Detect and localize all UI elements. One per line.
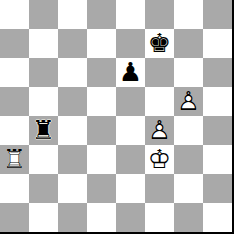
square-c7[interactable] <box>58 29 87 58</box>
square-b3[interactable] <box>29 145 58 174</box>
white-rook-glyph: ♖ <box>0 145 29 174</box>
piece-white-rook[interactable]: ♜♖ <box>0 145 29 174</box>
square-g2[interactable] <box>174 174 203 203</box>
square-d4[interactable] <box>87 116 116 145</box>
square-b5[interactable] <box>29 87 58 116</box>
piece-white-pawn[interactable]: ♟♙ <box>174 87 203 116</box>
square-a4[interactable] <box>0 116 29 145</box>
chess-diagram: ♚♟♟♙♜♟♙♜♖♚♔ <box>0 0 234 234</box>
square-g6[interactable] <box>174 58 203 87</box>
square-h7[interactable] <box>203 29 232 58</box>
square-h8[interactable] <box>203 0 232 29</box>
piece-white-king[interactable]: ♚♔ <box>145 145 174 174</box>
square-a6[interactable] <box>0 58 29 87</box>
square-e2[interactable] <box>116 174 145 203</box>
square-b2[interactable] <box>29 174 58 203</box>
square-c6[interactable] <box>58 58 87 87</box>
square-d6[interactable] <box>87 58 116 87</box>
square-h6[interactable] <box>203 58 232 87</box>
square-c4[interactable] <box>58 116 87 145</box>
square-h2[interactable] <box>203 174 232 203</box>
square-f5[interactable] <box>145 87 174 116</box>
white-king-glyph: ♔ <box>145 145 174 174</box>
piece-black-rook[interactable]: ♜ <box>29 116 58 145</box>
square-h3[interactable] <box>203 145 232 174</box>
square-g5[interactable]: ♟♙ <box>174 87 203 116</box>
chess-board: ♚♟♟♙♜♟♙♜♖♚♔ <box>0 0 234 234</box>
square-d2[interactable] <box>87 174 116 203</box>
square-a2[interactable] <box>0 174 29 203</box>
piece-black-king[interactable]: ♚ <box>145 29 174 58</box>
black-pawn-glyph: ♟ <box>116 58 145 87</box>
square-b1[interactable] <box>29 203 58 232</box>
piece-black-pawn[interactable]: ♟ <box>116 58 145 87</box>
piece-white-pawn[interactable]: ♟♙ <box>145 116 174 145</box>
square-e3[interactable] <box>116 145 145 174</box>
square-f3[interactable]: ♚♔ <box>145 145 174 174</box>
square-b4[interactable]: ♜ <box>29 116 58 145</box>
square-b6[interactable] <box>29 58 58 87</box>
square-g4[interactable] <box>174 116 203 145</box>
square-d5[interactable] <box>87 87 116 116</box>
square-b7[interactable] <box>29 29 58 58</box>
square-a3[interactable]: ♜♖ <box>0 145 29 174</box>
square-f1[interactable] <box>145 203 174 232</box>
square-g7[interactable] <box>174 29 203 58</box>
square-c1[interactable] <box>58 203 87 232</box>
square-c8[interactable] <box>58 0 87 29</box>
square-a8[interactable] <box>0 0 29 29</box>
black-king-glyph: ♚ <box>145 29 174 58</box>
square-c5[interactable] <box>58 87 87 116</box>
square-g1[interactable] <box>174 203 203 232</box>
square-g3[interactable] <box>174 145 203 174</box>
square-h4[interactable] <box>203 116 232 145</box>
square-e7[interactable] <box>116 29 145 58</box>
square-g8[interactable] <box>174 0 203 29</box>
square-f7[interactable]: ♚ <box>145 29 174 58</box>
square-d8[interactable] <box>87 0 116 29</box>
square-b8[interactable] <box>29 0 58 29</box>
square-h5[interactable] <box>203 87 232 116</box>
white-pawn-glyph: ♙ <box>174 87 203 116</box>
square-a7[interactable] <box>0 29 29 58</box>
square-h1[interactable] <box>203 203 232 232</box>
square-d3[interactable] <box>87 145 116 174</box>
square-a5[interactable] <box>0 87 29 116</box>
square-e5[interactable] <box>116 87 145 116</box>
square-e8[interactable] <box>116 0 145 29</box>
square-a1[interactable] <box>0 203 29 232</box>
square-f8[interactable] <box>145 0 174 29</box>
square-e1[interactable] <box>116 203 145 232</box>
black-rook-glyph: ♜ <box>29 116 58 145</box>
white-pawn-glyph: ♙ <box>145 116 174 145</box>
square-e6[interactable]: ♟ <box>116 58 145 87</box>
square-c3[interactable] <box>58 145 87 174</box>
square-e4[interactable] <box>116 116 145 145</box>
square-f6[interactable] <box>145 58 174 87</box>
square-f4[interactable]: ♟♙ <box>145 116 174 145</box>
square-f2[interactable] <box>145 174 174 203</box>
square-d7[interactable] <box>87 29 116 58</box>
square-c2[interactable] <box>58 174 87 203</box>
square-d1[interactable] <box>87 203 116 232</box>
